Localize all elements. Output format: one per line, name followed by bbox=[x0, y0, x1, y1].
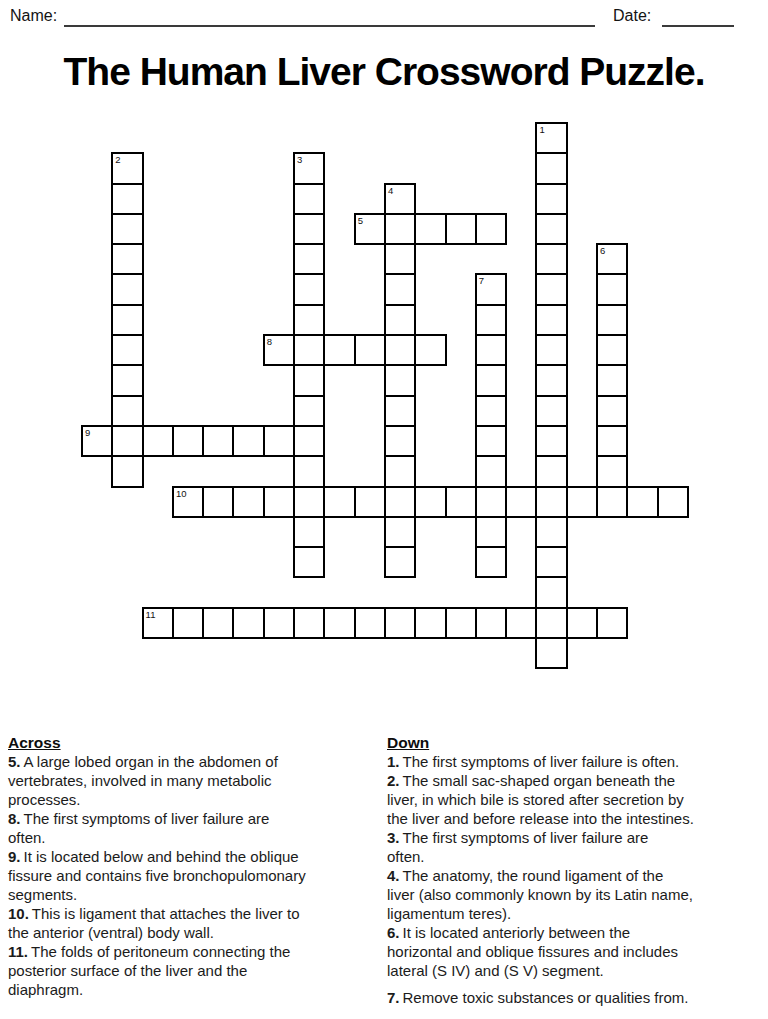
grid-cell[interactable] bbox=[294, 396, 324, 426]
cell-clue-number: 9 bbox=[85, 427, 90, 438]
grid-cell[interactable] bbox=[476, 335, 506, 365]
name-label: Name: bbox=[10, 7, 57, 25]
grid-cell[interactable] bbox=[294, 184, 324, 214]
grid-cell[interactable] bbox=[627, 487, 657, 517]
grid-cell[interactable] bbox=[597, 608, 627, 638]
name-blank-line[interactable] bbox=[64, 25, 595, 27]
clue-text: The first symptoms of liver failure is o… bbox=[403, 753, 680, 770]
grid-cell[interactable]: 8 bbox=[264, 335, 294, 365]
grid-cell[interactable] bbox=[385, 365, 415, 395]
grid-cell[interactable] bbox=[294, 456, 324, 486]
grid-cell[interactable] bbox=[355, 487, 385, 517]
clue-text: The first symptoms of liver failure are … bbox=[8, 810, 269, 846]
grid-cell[interactable] bbox=[536, 335, 566, 365]
grid-cell[interactable] bbox=[476, 396, 506, 426]
grid-cell[interactable] bbox=[597, 456, 627, 486]
grid-cell[interactable] bbox=[264, 487, 294, 517]
clue-across-8: 8.The first symptoms of liver failure ar… bbox=[8, 809, 362, 847]
grid-cell[interactable]: 3 bbox=[294, 153, 324, 183]
cell-clue-number: 5 bbox=[358, 215, 363, 226]
grid-cell[interactable] bbox=[476, 608, 506, 638]
cell-clue-number: 2 bbox=[115, 154, 120, 165]
grid-cell[interactable]: 2 bbox=[112, 153, 142, 183]
grid-cell[interactable] bbox=[112, 426, 142, 456]
clue-down-7: 7.Remove toxic substances or qualities f… bbox=[387, 988, 759, 1007]
grid-cell[interactable] bbox=[324, 608, 354, 638]
grid-cell[interactable] bbox=[536, 547, 566, 577]
grid-cell[interactable] bbox=[446, 608, 476, 638]
grid-cell[interactable] bbox=[385, 305, 415, 335]
grid-cell[interactable] bbox=[446, 214, 476, 244]
clue-down-4: 4.The anatomy, the round ligament of the… bbox=[387, 866, 759, 923]
clue-number: 6. bbox=[387, 924, 400, 941]
date-label: Date: bbox=[613, 7, 651, 25]
grid-cell[interactable] bbox=[446, 487, 476, 517]
clue-number: 4. bbox=[387, 867, 400, 884]
clue-text: It is located anteriorly between the hor… bbox=[387, 924, 678, 979]
grid-cell[interactable] bbox=[597, 426, 627, 456]
grid-cell[interactable] bbox=[112, 184, 142, 214]
grid-cell[interactable] bbox=[294, 305, 324, 335]
grid-cell[interactable]: 1 bbox=[536, 123, 566, 153]
grid-cell[interactable] bbox=[536, 517, 566, 547]
grid-cell[interactable] bbox=[476, 305, 506, 335]
grid-cell[interactable] bbox=[112, 456, 142, 486]
grid-cell[interactable] bbox=[112, 396, 142, 426]
clue-across-11: 11.The folds of peritoneum connecting th… bbox=[8, 942, 362, 999]
grid-cell[interactable] bbox=[536, 305, 566, 335]
grid-cell[interactable] bbox=[294, 335, 324, 365]
cell-clue-number: 6 bbox=[600, 245, 605, 256]
grid-cell[interactable]: 5 bbox=[355, 214, 385, 244]
cell-clue-number: 7 bbox=[479, 275, 484, 286]
grid-cell[interactable] bbox=[476, 547, 506, 577]
grid-cell[interactable] bbox=[294, 274, 324, 304]
grid-cell[interactable] bbox=[385, 274, 415, 304]
across-clues-section: Across 5.A large lobed organ in the abdo… bbox=[8, 733, 362, 999]
page-title: The Human Liver Crossword Puzzle. bbox=[0, 50, 768, 94]
grid-cell[interactable] bbox=[264, 426, 294, 456]
grid-cell[interactable] bbox=[536, 608, 566, 638]
grid-cell[interactable] bbox=[112, 365, 142, 395]
grid-cell[interactable] bbox=[536, 244, 566, 274]
clue-across-5: 5.A large lobed organ in the abdomen of … bbox=[8, 752, 362, 809]
crossword-grid: 1234567891011 bbox=[82, 123, 688, 668]
grid-cell[interactable] bbox=[355, 335, 385, 365]
grid-cell[interactable] bbox=[173, 608, 203, 638]
grid-cell[interactable] bbox=[112, 335, 142, 365]
grid-cell[interactable] bbox=[324, 335, 354, 365]
grid-cell[interactable] bbox=[415, 214, 445, 244]
grid-cell[interactable] bbox=[415, 487, 445, 517]
grid-cell[interactable] bbox=[597, 396, 627, 426]
grid-cell[interactable] bbox=[567, 487, 597, 517]
grid-cell[interactable] bbox=[385, 487, 415, 517]
grid-cell[interactable]: 9 bbox=[82, 426, 112, 456]
grid-cell[interactable] bbox=[203, 487, 233, 517]
grid-cell[interactable] bbox=[536, 396, 566, 426]
grid-cell[interactable] bbox=[173, 426, 203, 456]
clue-down-1: 1.The first symptoms of liver failure is… bbox=[387, 752, 759, 771]
grid-cell[interactable]: 10 bbox=[173, 487, 203, 517]
grid-cell[interactable] bbox=[112, 244, 142, 274]
grid-cell[interactable] bbox=[112, 274, 142, 304]
grid-cell[interactable]: 11 bbox=[143, 608, 173, 638]
grid-cell[interactable] bbox=[536, 456, 566, 486]
grid-cell[interactable] bbox=[294, 214, 324, 244]
grid-cell[interactable] bbox=[536, 184, 566, 214]
clue-number: 10. bbox=[8, 905, 29, 922]
grid-cell[interactable] bbox=[567, 608, 597, 638]
clue-text: The folds of peritoneum connecting the p… bbox=[8, 943, 290, 998]
grid-cell[interactable] bbox=[294, 244, 324, 274]
cell-clue-number: 3 bbox=[297, 154, 302, 165]
grid-cell[interactable] bbox=[143, 426, 173, 456]
grid-cell[interactable] bbox=[385, 547, 415, 577]
grid-cell[interactable] bbox=[324, 487, 354, 517]
grid-cell[interactable] bbox=[536, 274, 566, 304]
clue-text: The small sac-shaped organ beneath the l… bbox=[387, 772, 694, 827]
grid-cell[interactable]: 6 bbox=[597, 244, 627, 274]
grid-cell[interactable] bbox=[294, 426, 324, 456]
grid-cell[interactable] bbox=[597, 274, 627, 304]
grid-cell[interactable] bbox=[385, 426, 415, 456]
grid-cell[interactable] bbox=[658, 487, 688, 517]
cell-clue-number: 1 bbox=[539, 124, 544, 135]
grid-cell[interactable] bbox=[476, 456, 506, 486]
clue-down-2: 2.The small sac-shaped organ beneath the… bbox=[387, 771, 759, 828]
down-header: Down bbox=[387, 733, 759, 752]
clue-across-9: 9.It is located below and behind the obl… bbox=[8, 847, 362, 904]
clue-text: The anatomy, the round ligament of the l… bbox=[387, 867, 693, 922]
grid-cell[interactable] bbox=[597, 487, 627, 517]
grid-cell[interactable] bbox=[597, 305, 627, 335]
clue-down-3: 3.The first symptoms of liver failure ar… bbox=[387, 828, 759, 866]
clue-text: Remove toxic substances or qualities fro… bbox=[403, 989, 689, 1006]
down-clues-section: Down 1.The first symptoms of liver failu… bbox=[387, 733, 759, 1007]
grid-cell[interactable] bbox=[476, 517, 506, 547]
grid-cell[interactable] bbox=[506, 608, 536, 638]
clue-number: 5. bbox=[8, 753, 21, 770]
grid-cell[interactable] bbox=[385, 608, 415, 638]
cell-clue-number: 8 bbox=[267, 336, 272, 347]
grid-cell[interactable] bbox=[385, 517, 415, 547]
grid-cell[interactable] bbox=[385, 244, 415, 274]
grid-cell[interactable] bbox=[112, 214, 142, 244]
grid-cell[interactable] bbox=[233, 426, 263, 456]
grid-cell[interactable] bbox=[385, 456, 415, 486]
across-header: Across bbox=[8, 733, 362, 752]
clue-number: 1. bbox=[387, 753, 400, 770]
grid-cell[interactable] bbox=[294, 365, 324, 395]
clue-number: 8. bbox=[8, 810, 21, 827]
grid-cell[interactable] bbox=[294, 547, 324, 577]
grid-cell[interactable] bbox=[112, 305, 142, 335]
clue-number: 7. bbox=[387, 989, 400, 1006]
grid-cell[interactable] bbox=[536, 487, 566, 517]
grid-cell[interactable] bbox=[536, 638, 566, 668]
grid-cell[interactable] bbox=[355, 608, 385, 638]
grid-cell[interactable] bbox=[385, 214, 415, 244]
grid-cell[interactable] bbox=[233, 487, 263, 517]
grid-cell[interactable] bbox=[385, 396, 415, 426]
grid-cell[interactable] bbox=[536, 365, 566, 395]
grid-cell[interactable] bbox=[476, 365, 506, 395]
clue-number: 2. bbox=[387, 772, 400, 789]
clue-text: This is ligament that attaches the liver… bbox=[8, 905, 300, 941]
cell-clue-number: 10 bbox=[176, 488, 187, 499]
date-blank-line[interactable] bbox=[662, 25, 734, 27]
clue-across-10: 10.This is ligament that attaches the li… bbox=[8, 904, 362, 942]
clue-text: A large lobed organ in the abdomen of ve… bbox=[8, 753, 278, 808]
grid-cell[interactable] bbox=[536, 214, 566, 244]
clue-number: 3. bbox=[387, 829, 400, 846]
grid-cell[interactable] bbox=[597, 335, 627, 365]
grid-cell[interactable] bbox=[233, 608, 263, 638]
grid-cell[interactable]: 7 bbox=[476, 274, 506, 304]
grid-cell[interactable] bbox=[476, 214, 506, 244]
grid-cell[interactable] bbox=[536, 153, 566, 183]
grid-cell[interactable]: 4 bbox=[385, 184, 415, 214]
grid-cell[interactable] bbox=[294, 608, 324, 638]
grid-cell[interactable] bbox=[506, 487, 536, 517]
cell-clue-number: 11 bbox=[146, 609, 156, 620]
cell-clue-number: 4 bbox=[388, 185, 393, 196]
grid-cell[interactable] bbox=[203, 426, 233, 456]
grid-cell[interactable] bbox=[597, 365, 627, 395]
grid-cell[interactable] bbox=[536, 426, 566, 456]
grid-cell[interactable] bbox=[415, 608, 445, 638]
clue-text: It is located below and behind the obliq… bbox=[8, 848, 306, 903]
grid-cell[interactable] bbox=[415, 335, 445, 365]
grid-cell[interactable] bbox=[294, 487, 324, 517]
grid-cell[interactable] bbox=[264, 608, 294, 638]
grid-cell[interactable] bbox=[536, 577, 566, 607]
grid-cell[interactable] bbox=[203, 608, 233, 638]
grid-cell[interactable] bbox=[294, 517, 324, 547]
grid-cell[interactable] bbox=[385, 335, 415, 365]
clue-number: 11. bbox=[8, 943, 28, 960]
clue-number: 9. bbox=[8, 848, 21, 865]
clue-down-6: 6.It is located anteriorly between the h… bbox=[387, 923, 759, 980]
clue-text: The first symptoms of liver failure are … bbox=[387, 829, 648, 865]
grid-cell[interactable] bbox=[476, 426, 506, 456]
grid-cell[interactable] bbox=[476, 487, 506, 517]
